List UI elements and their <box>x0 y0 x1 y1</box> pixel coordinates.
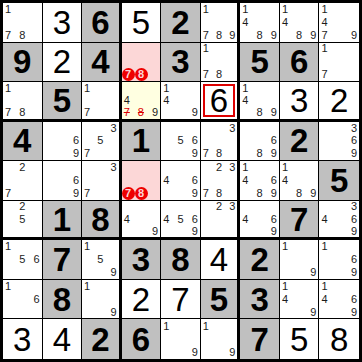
solved-digit: 7 <box>171 283 189 316</box>
cell-r7c4[interactable]: 3 <box>122 240 162 280</box>
pencil-marks: 178 <box>201 43 238 82</box>
solved-digit: 5 <box>132 6 150 39</box>
candidate-6: 6 <box>266 135 279 148</box>
solved-digit: 8 <box>330 323 348 356</box>
candidate-4: 4 <box>240 174 253 187</box>
candidate-4: 4 <box>161 174 174 187</box>
candidate-1: 1 <box>82 280 94 293</box>
cell-r5c1[interactable]: 27 <box>3 161 43 201</box>
candidate-7: 7 <box>122 106 135 118</box>
candidate-1: 1 <box>3 3 16 16</box>
pencil-marks: 4569 <box>161 201 200 238</box>
pencil-marks: 469 <box>161 161 200 200</box>
cell-r8c1[interactable]: 16 <box>3 280 43 320</box>
candidate-7: 7 <box>319 68 332 81</box>
cell-r7c9[interactable]: 169 <box>319 240 359 280</box>
cell-r2c2[interactable]: 2 <box>43 43 83 83</box>
candidate-4: 4 <box>319 16 332 29</box>
candidate-5: 5 <box>16 253 29 266</box>
pencil-marks: 378 <box>201 122 238 161</box>
pencil-marks: 19 <box>201 319 238 359</box>
candidate-4: 4 <box>122 213 135 225</box>
pencil-marks: 1469 <box>319 280 359 319</box>
solved-digit: 3 <box>13 323 31 356</box>
cell-r9c6[interactable]: 19 <box>201 319 241 359</box>
candidate-1: 1 <box>3 240 16 253</box>
cell-r3c6[interactable]: 6 <box>201 82 241 122</box>
pencil-marks: 23 <box>201 201 238 238</box>
cell-r4c6[interactable]: 378 <box>201 122 241 162</box>
candidate-7: 7 <box>3 187 16 200</box>
pencil-marks: 19 <box>82 280 119 319</box>
candidate-6: 6 <box>29 293 42 306</box>
pencil-marks: 4789 <box>122 82 161 119</box>
candidate-6: 6 <box>346 135 359 148</box>
cell-r4c7[interactable]: 689 <box>240 122 280 162</box>
cell-r1c1[interactable]: 178 <box>3 3 43 43</box>
candidate-9: 9 <box>225 346 237 359</box>
candidate-9: 9 <box>346 147 359 160</box>
cell-r7c8[interactable]: 19 <box>280 240 320 280</box>
candidate-9: 9 <box>187 147 200 160</box>
candidate-9: 9 <box>346 306 359 319</box>
cell-r4c1[interactable]: 4 <box>3 122 43 162</box>
candidate-4: 4 <box>240 16 253 29</box>
candidate-9: 9 <box>106 266 118 279</box>
candidate-9: 9 <box>306 29 319 42</box>
cell-r2c1[interactable]: 9 <box>3 43 43 83</box>
cell-r3c2[interactable]: 5 <box>43 82 83 122</box>
pencil-marks: 16 <box>3 280 42 319</box>
given-digit: 7 <box>250 323 268 356</box>
candidate-6: 6 <box>187 174 200 187</box>
candidate-1: 1 <box>319 43 332 56</box>
cell-r7c5[interactable]: 8 <box>161 240 201 280</box>
candidate-1: 1 <box>280 161 293 174</box>
candidate-9: 9 <box>147 225 160 237</box>
cell-r2c8[interactable]: 6 <box>280 43 320 83</box>
candidate-9: 9 <box>187 225 200 237</box>
pencil-marks: 357 <box>82 122 119 161</box>
candidate-7: 7 <box>122 187 135 200</box>
cell-r3c1[interactable]: 178 <box>3 82 43 122</box>
given-digit: 5 <box>210 283 228 316</box>
candidate-7: 7 <box>201 68 213 81</box>
given-digit: 5 <box>250 45 268 78</box>
cell-r7c6[interactable]: 4 <box>201 240 241 280</box>
candidate-5: 5 <box>94 135 106 148</box>
candidate-9: 9 <box>346 29 359 42</box>
cell-r1c3[interactable]: 6 <box>82 3 122 43</box>
cell-r2c7[interactable]: 5 <box>240 43 280 83</box>
candidate-7: 7 <box>3 106 16 118</box>
candidate-6: 6 <box>68 174 81 187</box>
cell-r5c9[interactable]: 5 <box>319 161 359 201</box>
candidate-1: 1 <box>201 319 213 332</box>
candidate-7: 7 <box>82 106 94 118</box>
cell-r1c2[interactable]: 3 <box>43 3 83 43</box>
pencil-marks: 149 <box>280 280 319 319</box>
cell-r3c9[interactable]: 2 <box>319 82 359 122</box>
given-digit: 6 <box>290 45 308 78</box>
candidate-6: 6 <box>266 174 279 187</box>
cell-r5c5[interactable]: 469 <box>161 161 201 201</box>
candidate-5: 5 <box>94 253 106 266</box>
pencil-marks: 19 <box>161 319 200 359</box>
pencil-marks: 178 <box>3 82 42 119</box>
cell-r4c9[interactable]: 369 <box>319 122 359 162</box>
candidate-6: 6 <box>187 213 200 225</box>
cell-r4c8[interactable]: 2 <box>280 122 320 162</box>
given-digit: 7 <box>53 243 71 276</box>
candidate-2: 2 <box>213 201 225 213</box>
cell-r8c9[interactable]: 1469 <box>319 280 359 320</box>
sudoku-board: 1783652178914891489147992478317856171785… <box>0 0 362 362</box>
candidate-9: 9 <box>187 346 200 359</box>
candidate-9: 9 <box>187 106 200 118</box>
candidate-8: 8 <box>213 68 225 81</box>
candidate-5: 5 <box>174 213 187 225</box>
candidate-8: 8 <box>253 106 266 118</box>
candidate-1: 1 <box>3 82 16 94</box>
candidate-9: 9 <box>266 187 279 200</box>
pencil-marks: 17 <box>319 43 359 82</box>
candidate-1: 1 <box>3 280 16 293</box>
cell-r8c5[interactable]: 7 <box>161 280 201 320</box>
cell-r9c8[interactable]: 5 <box>280 319 320 359</box>
cell-r4c3[interactable]: 357 <box>82 122 122 162</box>
cell-r4c5[interactable]: 569 <box>161 122 201 162</box>
pencil-marks: 469 <box>240 201 279 238</box>
pencil-marks: 3469 <box>319 201 359 238</box>
cell-r1c4[interactable]: 5 <box>122 3 162 43</box>
solved-digit: 2 <box>330 84 348 117</box>
cell-r6c6[interactable]: 23 <box>201 201 241 241</box>
candidate-9: 9 <box>68 187 81 200</box>
candidate-1: 1 <box>161 319 174 332</box>
candidate-2: 2 <box>16 161 29 174</box>
cell-r1c7[interactable]: 1489 <box>240 3 280 43</box>
candidate-8: 8 <box>135 68 148 81</box>
candidate-9: 9 <box>306 187 319 200</box>
pencil-marks: 14689 <box>240 161 279 200</box>
cell-r6c1[interactable]: 25 <box>3 201 43 241</box>
cell-r9c7[interactable]: 7 <box>240 319 280 359</box>
pencil-marks: 569 <box>161 122 200 161</box>
candidate-4: 4 <box>280 293 293 306</box>
candidate-9: 9 <box>266 147 279 160</box>
given-digit: 3 <box>250 283 268 316</box>
cell-r9c9[interactable]: 8 <box>319 319 359 359</box>
candidate-8: 8 <box>16 29 29 42</box>
candidate-7: 7 <box>82 147 94 160</box>
given-digit: 4 <box>13 124 31 157</box>
candidate-8: 8 <box>253 187 266 200</box>
candidate-9: 9 <box>225 29 237 42</box>
cell-r9c3[interactable]: 2 <box>82 319 122 359</box>
cell-r3c5[interactable]: 149 <box>161 82 201 122</box>
pencil-marks: 149 <box>161 82 200 119</box>
candidate-8: 8 <box>213 187 225 200</box>
candidate-3: 3 <box>106 122 118 135</box>
pencil-marks: 78 <box>122 43 161 82</box>
candidate-1: 1 <box>161 82 174 94</box>
pencil-marks: 17 <box>82 82 119 119</box>
pencil-marks: 78 <box>122 161 161 200</box>
solved-digit: 4 <box>210 243 228 276</box>
candidate-3: 3 <box>346 201 359 213</box>
cell-r9c5[interactable]: 19 <box>161 319 201 359</box>
candidate-1: 1 <box>280 280 293 293</box>
cell-r7c1[interactable]: 156 <box>3 240 43 280</box>
pencil-marks: 1489 <box>280 3 319 42</box>
given-digit: 3 <box>171 45 189 78</box>
candidate-3: 3 <box>346 122 359 135</box>
candidate-9: 9 <box>346 266 359 279</box>
cell-r4c4[interactable]: 1 <box>122 122 162 162</box>
cell-r3c8[interactable]: 3 <box>280 82 320 122</box>
pencil-marks: 1479 <box>319 3 359 42</box>
solved-digit: 4 <box>53 323 71 356</box>
cell-r8c4[interactable]: 2 <box>122 280 162 320</box>
cell-r8c7[interactable]: 3 <box>240 280 280 320</box>
candidate-2: 2 <box>16 201 29 213</box>
candidate-4: 4 <box>319 213 332 225</box>
candidate-6: 6 <box>187 135 200 148</box>
candidate-9: 9 <box>346 225 359 237</box>
candidate-1: 1 <box>280 3 293 16</box>
candidate-1: 1 <box>201 3 213 16</box>
candidate-3: 3 <box>106 161 118 174</box>
given-digit: 2 <box>290 124 308 157</box>
given-digit: 9 <box>13 45 31 78</box>
pencil-marks: 1489 <box>240 82 279 119</box>
candidate-7: 7 <box>201 29 213 42</box>
pencil-marks: 1489 <box>240 3 279 42</box>
candidate-8: 8 <box>213 29 225 42</box>
candidate-4: 4 <box>161 94 174 106</box>
cell-r6c9[interactable]: 3469 <box>319 201 359 241</box>
candidate-8: 8 <box>293 187 306 200</box>
cell-r1c6[interactable]: 1789 <box>201 3 241 43</box>
pencil-marks: 156 <box>3 240 42 279</box>
candidate-8: 8 <box>135 187 148 200</box>
candidate-4: 4 <box>161 213 174 225</box>
candidate-8: 8 <box>16 106 29 118</box>
cell-r8c6[interactable]: 5 <box>201 280 241 320</box>
cell-r1c8[interactable]: 1489 <box>280 3 320 43</box>
cell-r5c3[interactable]: 37 <box>82 161 122 201</box>
cell-r9c2[interactable]: 4 <box>43 319 83 359</box>
candidate-1: 1 <box>319 3 332 16</box>
candidate-4: 4 <box>122 94 135 106</box>
pencil-marks: 1789 <box>201 3 238 42</box>
candidate-4: 4 <box>280 174 293 187</box>
cell-r9c4[interactable]: 6 <box>122 319 162 359</box>
candidate-2: 2 <box>213 161 225 174</box>
cell-r6c2[interactable]: 1 <box>43 201 83 241</box>
candidate-8: 8 <box>293 29 306 42</box>
pencil-marks: 169 <box>319 240 359 279</box>
cell-r8c8[interactable]: 149 <box>280 280 320 320</box>
candidate-5: 5 <box>174 135 187 148</box>
candidate-9: 9 <box>147 106 160 118</box>
cell-r7c3[interactable]: 159 <box>82 240 122 280</box>
given-digit: 1 <box>132 124 150 157</box>
candidate-9: 9 <box>266 106 279 118</box>
pencil-marks: 69 <box>43 122 82 161</box>
candidate-6: 6 <box>346 293 359 306</box>
given-digit: 2 <box>91 323 109 356</box>
cell-r6c7[interactable]: 469 <box>240 201 280 241</box>
candidate-7: 7 <box>122 68 135 81</box>
candidate-9: 9 <box>68 147 81 160</box>
cell-r5c2[interactable]: 69 <box>43 161 83 201</box>
cell-r1c5[interactable]: 2 <box>161 3 201 43</box>
cell-r5c4[interactable]: 78 <box>122 161 162 201</box>
cell-r6c8[interactable]: 7 <box>280 201 320 241</box>
pencil-marks: 689 <box>240 122 279 161</box>
cell-r9c1[interactable]: 3 <box>3 319 43 359</box>
given-digit: 4 <box>91 45 109 78</box>
candidate-1: 1 <box>240 161 253 174</box>
candidate-6: 6 <box>346 253 359 266</box>
given-digit: 5 <box>330 164 348 197</box>
given-digit: 3 <box>132 243 150 276</box>
given-digit: 1 <box>53 203 71 236</box>
pencil-marks: 19 <box>280 240 319 279</box>
candidate-7: 7 <box>319 29 332 42</box>
cell-r2c5[interactable]: 3 <box>161 43 201 83</box>
candidate-4: 4 <box>240 94 253 106</box>
solved-digit: 3 <box>290 84 308 117</box>
cell-r7c7[interactable]: 2 <box>240 240 280 280</box>
cell-r6c5[interactable]: 4569 <box>161 201 201 241</box>
candidate-7: 7 <box>201 187 213 200</box>
candidate-3: 3 <box>225 122 237 135</box>
cell-r2c6[interactable]: 178 <box>201 43 241 83</box>
given-digit: 7 <box>290 203 308 236</box>
pencil-marks: 27 <box>3 161 42 200</box>
candidate-6: 6 <box>266 213 279 225</box>
candidate-1: 1 <box>240 82 253 94</box>
candidate-8: 8 <box>253 29 266 42</box>
candidate-1: 1 <box>82 240 94 253</box>
given-digit: 2 <box>250 243 268 276</box>
cell-r6c3[interactable]: 8 <box>82 201 122 241</box>
given-digit: 8 <box>171 243 189 276</box>
candidate-1: 1 <box>82 82 94 94</box>
pencil-marks: 37 <box>82 161 119 200</box>
candidate-6: 6 <box>68 135 81 148</box>
candidate-9: 9 <box>106 306 118 319</box>
cell-r3c4[interactable]: 4789 <box>122 82 162 122</box>
candidate-6: 6 <box>346 213 359 225</box>
candidate-7: 7 <box>201 147 213 160</box>
cell-r1c9[interactable]: 1479 <box>319 3 359 43</box>
cell-r5c6[interactable]: 2378 <box>201 161 241 201</box>
given-digit: 8 <box>91 203 109 236</box>
cell-r5c8[interactable]: 1489 <box>280 161 320 201</box>
cell-r2c3[interactable]: 4 <box>82 43 122 83</box>
solved-digit: 3 <box>53 6 71 39</box>
candidate-4: 4 <box>280 16 293 29</box>
candidate-1: 1 <box>240 3 253 16</box>
candidate-9: 9 <box>306 306 319 319</box>
cell-r8c2[interactable]: 8 <box>43 280 83 320</box>
candidate-1: 1 <box>319 280 332 293</box>
candidate-8: 8 <box>135 106 148 118</box>
cell-r8c3[interactable]: 19 <box>82 280 122 320</box>
cell-r3c3[interactable]: 17 <box>82 82 122 122</box>
cell-r4c2[interactable]: 69 <box>43 122 83 162</box>
candidate-1: 1 <box>319 240 332 253</box>
candidate-4: 4 <box>319 293 332 306</box>
given-digit: 8 <box>53 283 71 316</box>
candidate-7: 7 <box>3 29 16 42</box>
given-digit: 6 <box>132 323 150 356</box>
candidate-1: 1 <box>280 240 293 253</box>
cell-r3c7[interactable]: 1489 <box>240 82 280 122</box>
cell-r5c7[interactable]: 14689 <box>240 161 280 201</box>
candidate-9: 9 <box>187 187 200 200</box>
candidate-8: 8 <box>213 147 225 160</box>
pencil-marks: 159 <box>82 240 119 279</box>
solved-digit: 2 <box>132 283 150 316</box>
candidate-3: 3 <box>225 161 237 174</box>
solved-digit: 2 <box>53 45 71 78</box>
candidate-5: 5 <box>16 213 29 225</box>
cell-r7c2[interactable]: 7 <box>43 240 83 280</box>
candidate-4: 4 <box>240 213 253 225</box>
candidate-6: 6 <box>29 253 42 266</box>
pencil-marks: 69 <box>43 161 82 200</box>
cell-r2c4[interactable]: 78 <box>122 43 162 83</box>
pencil-marks: 49 <box>122 201 161 238</box>
cell-r6c4[interactable]: 49 <box>122 201 162 241</box>
candidate-9: 9 <box>266 225 279 237</box>
candidate-9: 9 <box>306 266 319 279</box>
candidate-1: 1 <box>201 43 213 56</box>
solved-digit: 5 <box>290 323 308 356</box>
given-digit: 6 <box>91 6 109 39</box>
solved-digit: 6 <box>210 84 228 117</box>
candidate-8: 8 <box>253 147 266 160</box>
given-digit: 5 <box>53 84 71 117</box>
pencil-marks: 178 <box>3 3 42 42</box>
pencil-marks: 1489 <box>280 161 319 200</box>
candidate-7: 7 <box>82 187 94 200</box>
candidate-9: 9 <box>266 29 279 42</box>
pencil-marks: 369 <box>319 122 359 161</box>
given-digit: 2 <box>171 6 189 39</box>
cell-r2c9[interactable]: 17 <box>319 43 359 83</box>
candidate-3: 3 <box>225 201 237 213</box>
pencil-marks: 2378 <box>201 161 238 200</box>
pencil-marks: 25 <box>3 201 42 238</box>
